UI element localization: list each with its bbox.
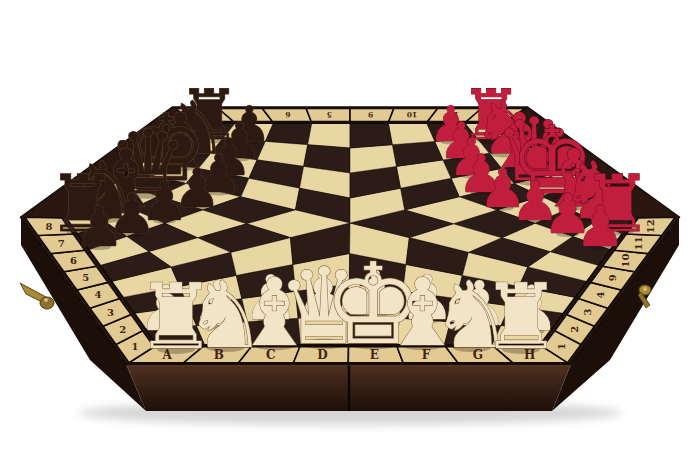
white-rook: ♜ [481, 265, 561, 369]
coord-label-top-6: 6 [285, 110, 290, 119]
three-player-chess-board: ABCDEFGH123456781234910111287659101112♜♜… [0, 0, 700, 460]
cell-B1-0-2 [265, 123, 312, 145]
coord-label-top-5: 5 [327, 110, 332, 119]
red-pawn: ♟ [575, 194, 625, 259]
black-pawn: ♟ [74, 194, 124, 259]
coord-label-top-10: 10 [407, 110, 417, 119]
coord-label-lower-right-9: 9 [607, 274, 618, 281]
coord-label-lower-left-4: 4 [95, 289, 102, 300]
cell-B1-0-3 [308, 123, 350, 148]
coord-label-lower-right-4: 4 [595, 291, 606, 298]
chessboard-photo: ABCDEFGH123456781234910111287659101112♜♜… [0, 0, 700, 460]
coord-label-lower-right-2: 2 [569, 326, 580, 333]
coord-label-lower-left-3: 3 [107, 307, 114, 318]
coord-label-lower-right-3: 3 [582, 309, 593, 316]
cell-R2-3-3 [350, 123, 392, 148]
white-rook: ♜ [136, 265, 216, 369]
coord-label-lower-left-5: 5 [82, 272, 89, 283]
coord-label-lower-left-2: 2 [119, 324, 126, 335]
coord-label-top-9: 9 [368, 110, 373, 119]
